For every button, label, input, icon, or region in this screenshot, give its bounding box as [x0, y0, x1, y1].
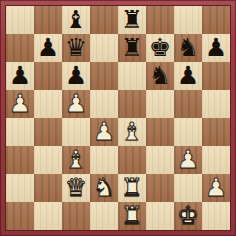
white-bishop: ♝: [118, 118, 146, 146]
square-a8[interactable]: [6, 6, 34, 34]
square-d7[interactable]: [90, 34, 118, 62]
square-e7[interactable]: ♜: [118, 34, 146, 62]
black-knight: ♞: [146, 62, 174, 90]
square-c8[interactable]: ♝: [62, 6, 90, 34]
square-a5[interactable]: ♟: [6, 90, 34, 118]
square-g4[interactable]: [174, 118, 202, 146]
square-a4[interactable]: [6, 118, 34, 146]
white-rook: ♜: [118, 174, 146, 202]
black-pawn: ♟: [34, 34, 62, 62]
square-g1[interactable]: ♚: [174, 202, 202, 230]
square-c1[interactable]: [62, 202, 90, 230]
white-pawn: ♟: [62, 90, 90, 118]
square-e4[interactable]: ♝: [118, 118, 146, 146]
square-b5[interactable]: [34, 90, 62, 118]
square-e1[interactable]: ♜: [118, 202, 146, 230]
square-e8[interactable]: ♜: [118, 6, 146, 34]
white-knight: ♞: [90, 174, 118, 202]
square-c5[interactable]: ♟: [62, 90, 90, 118]
square-c2[interactable]: ♛: [62, 174, 90, 202]
black-pawn: ♟: [62, 62, 90, 90]
square-h5[interactable]: [202, 90, 230, 118]
square-e5[interactable]: [118, 90, 146, 118]
black-pawn: ♟: [6, 62, 34, 90]
square-d8[interactable]: [90, 6, 118, 34]
square-h7[interactable]: ♟: [202, 34, 230, 62]
board-frame: ♝♜♟♛♜♚♞♟♟♟♞♟♟♟♟♝♝♟♛♞♜♟♜♚: [0, 0, 236, 236]
square-h3[interactable]: [202, 146, 230, 174]
black-rook: ♜: [118, 6, 146, 34]
square-b7[interactable]: ♟: [34, 34, 62, 62]
square-g8[interactable]: [174, 6, 202, 34]
white-pawn: ♟: [90, 118, 118, 146]
square-b3[interactable]: [34, 146, 62, 174]
square-c7[interactable]: ♛: [62, 34, 90, 62]
square-f4[interactable]: [146, 118, 174, 146]
square-f2[interactable]: [146, 174, 174, 202]
square-a7[interactable]: [6, 34, 34, 62]
square-h4[interactable]: [202, 118, 230, 146]
square-d5[interactable]: [90, 90, 118, 118]
square-e3[interactable]: [118, 146, 146, 174]
white-bishop: ♝: [62, 146, 90, 174]
square-g7[interactable]: ♞: [174, 34, 202, 62]
black-king: ♚: [146, 34, 174, 62]
white-queen: ♛: [62, 174, 90, 202]
square-b4[interactable]: [34, 118, 62, 146]
white-pawn: ♟: [6, 90, 34, 118]
square-f7[interactable]: ♚: [146, 34, 174, 62]
square-f5[interactable]: [146, 90, 174, 118]
square-h6[interactable]: [202, 62, 230, 90]
square-c6[interactable]: ♟: [62, 62, 90, 90]
black-knight: ♞: [174, 34, 202, 62]
square-d6[interactable]: [90, 62, 118, 90]
black-queen: ♛: [62, 34, 90, 62]
square-c3[interactable]: ♝: [62, 146, 90, 174]
square-g5[interactable]: [174, 90, 202, 118]
square-d4[interactable]: ♟: [90, 118, 118, 146]
square-g6[interactable]: ♟: [174, 62, 202, 90]
white-king: ♚: [174, 202, 202, 230]
white-pawn: ♟: [174, 146, 202, 174]
square-h1[interactable]: [202, 202, 230, 230]
black-rook: ♜: [118, 34, 146, 62]
white-pawn: ♟: [202, 174, 230, 202]
square-a6[interactable]: ♟: [6, 62, 34, 90]
black-pawn: ♟: [174, 62, 202, 90]
black-bishop: ♝: [62, 6, 90, 34]
square-b8[interactable]: [34, 6, 62, 34]
square-c4[interactable]: [62, 118, 90, 146]
square-d3[interactable]: [90, 146, 118, 174]
square-g2[interactable]: [174, 174, 202, 202]
black-pawn: ♟: [202, 34, 230, 62]
square-f3[interactable]: [146, 146, 174, 174]
square-f8[interactable]: [146, 6, 174, 34]
square-d1[interactable]: [90, 202, 118, 230]
square-b6[interactable]: [34, 62, 62, 90]
square-g3[interactable]: ♟: [174, 146, 202, 174]
square-h2[interactable]: ♟: [202, 174, 230, 202]
square-a2[interactable]: [6, 174, 34, 202]
square-f1[interactable]: [146, 202, 174, 230]
square-b1[interactable]: [34, 202, 62, 230]
square-a3[interactable]: [6, 146, 34, 174]
square-h8[interactable]: [202, 6, 230, 34]
white-rook: ♜: [118, 202, 146, 230]
square-e2[interactable]: ♜: [118, 174, 146, 202]
chess-board: ♝♜♟♛♜♚♞♟♟♟♞♟♟♟♟♝♝♟♛♞♜♟♜♚: [6, 6, 230, 230]
square-d2[interactable]: ♞: [90, 174, 118, 202]
square-e6[interactable]: [118, 62, 146, 90]
square-f6[interactable]: ♞: [146, 62, 174, 90]
square-b2[interactable]: [34, 174, 62, 202]
square-a1[interactable]: [6, 202, 34, 230]
